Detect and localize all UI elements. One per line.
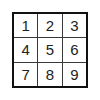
grid-cell-r3c3: 9 xyxy=(63,63,86,86)
number-grid-board: 123456789 xyxy=(12,12,88,88)
grid-cell-r1c1: 1 xyxy=(14,14,37,37)
grid-cell-r2c3: 6 xyxy=(63,38,86,61)
grid-cell-r3c2: 8 xyxy=(38,63,61,86)
grid-cell-r1c2: 2 xyxy=(38,14,61,37)
grid-cell-r1c3: 3 xyxy=(63,14,86,37)
grid-cell-r2c1: 4 xyxy=(14,38,37,61)
grid-cell-r2c2: 5 xyxy=(38,38,61,61)
grid-cell-r3c1: 7 xyxy=(14,63,37,86)
